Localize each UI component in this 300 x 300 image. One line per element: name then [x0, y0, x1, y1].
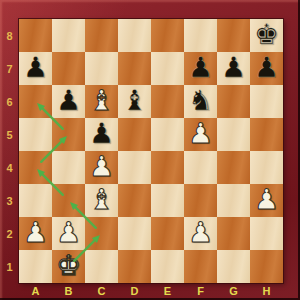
chess-board[interactable]: ♚♟♟♟♟♟♝♝♞♟♟♟♝♟♟♟♟♚ — [19, 19, 283, 283]
square-d4[interactable] — [118, 151, 151, 184]
square-h4[interactable] — [250, 151, 283, 184]
square-d3[interactable] — [118, 184, 151, 217]
square-e3[interactable] — [151, 184, 184, 217]
square-d1[interactable] — [118, 250, 151, 283]
rank-label-8: 8 — [0, 19, 19, 52]
white-pawn-f5[interactable]: ♟ — [184, 118, 217, 151]
square-a4[interactable] — [19, 151, 52, 184]
black-pawn-b6[interactable]: ♟ — [52, 85, 85, 118]
square-c7[interactable] — [85, 52, 118, 85]
square-c8[interactable] — [85, 19, 118, 52]
square-b6[interactable]: ♟ — [52, 85, 85, 118]
square-f4[interactable] — [184, 151, 217, 184]
square-a2[interactable]: ♟ — [19, 217, 52, 250]
square-g7[interactable]: ♟ — [217, 52, 250, 85]
board-frame: 87654321 ♚♟♟♟♟♟♝♝♞♟♟♟♝♟♟♟♟♚ ABCDEFGH — [0, 0, 300, 300]
file-labels: ABCDEFGH — [19, 283, 283, 298]
black-pawn-h7[interactable]: ♟ — [250, 52, 283, 85]
square-c2[interactable] — [85, 217, 118, 250]
square-a8[interactable] — [19, 19, 52, 52]
square-f2[interactable]: ♟ — [184, 217, 217, 250]
square-d5[interactable] — [118, 118, 151, 151]
square-g8[interactable] — [217, 19, 250, 52]
square-h7[interactable]: ♟ — [250, 52, 283, 85]
square-f5[interactable]: ♟ — [184, 118, 217, 151]
rank-label-4: 4 — [0, 151, 19, 184]
square-g2[interactable] — [217, 217, 250, 250]
square-e8[interactable] — [151, 19, 184, 52]
square-b5[interactable] — [52, 118, 85, 151]
square-h1[interactable] — [250, 250, 283, 283]
white-pawn-c4[interactable]: ♟ — [85, 151, 118, 184]
black-pawn-g7[interactable]: ♟ — [217, 52, 250, 85]
rank-label-3: 3 — [0, 184, 19, 217]
square-e6[interactable] — [151, 85, 184, 118]
white-pawn-f2[interactable]: ♟ — [184, 217, 217, 250]
rank-label-7: 7 — [0, 52, 19, 85]
square-f3[interactable] — [184, 184, 217, 217]
white-bishop-c3[interactable]: ♝ — [85, 184, 118, 217]
square-c5[interactable]: ♟ — [85, 118, 118, 151]
black-pawn-f7[interactable]: ♟ — [184, 52, 217, 85]
file-label-h: H — [250, 283, 283, 298]
black-pawn-c5[interactable]: ♟ — [85, 118, 118, 151]
black-knight-f6[interactable]: ♞ — [184, 85, 217, 118]
square-a6[interactable] — [19, 85, 52, 118]
square-h2[interactable] — [250, 217, 283, 250]
square-b8[interactable] — [52, 19, 85, 52]
square-e2[interactable] — [151, 217, 184, 250]
square-f8[interactable] — [184, 19, 217, 52]
square-c4[interactable]: ♟ — [85, 151, 118, 184]
square-b7[interactable] — [52, 52, 85, 85]
square-d7[interactable] — [118, 52, 151, 85]
square-a7[interactable]: ♟ — [19, 52, 52, 85]
square-f1[interactable] — [184, 250, 217, 283]
square-d6[interactable]: ♝ — [118, 85, 151, 118]
white-pawn-a2[interactable]: ♟ — [19, 217, 52, 250]
file-label-a: A — [19, 283, 52, 298]
square-e1[interactable] — [151, 250, 184, 283]
file-label-c: C — [85, 283, 118, 298]
square-b4[interactable] — [52, 151, 85, 184]
rank-label-1: 1 — [0, 250, 19, 283]
file-label-f: F — [184, 283, 217, 298]
rank-labels: 87654321 — [0, 19, 19, 283]
square-a1[interactable] — [19, 250, 52, 283]
rank-label-2: 2 — [0, 217, 19, 250]
square-d8[interactable] — [118, 19, 151, 52]
square-f6[interactable]: ♞ — [184, 85, 217, 118]
square-h8[interactable]: ♚ — [250, 19, 283, 52]
square-g5[interactable] — [217, 118, 250, 151]
square-b1[interactable]: ♚ — [52, 250, 85, 283]
square-e5[interactable] — [151, 118, 184, 151]
file-label-d: D — [118, 283, 151, 298]
black-pawn-a7[interactable]: ♟ — [19, 52, 52, 85]
file-label-g: G — [217, 283, 250, 298]
square-h6[interactable] — [250, 85, 283, 118]
square-g6[interactable] — [217, 85, 250, 118]
square-b2[interactable]: ♟ — [52, 217, 85, 250]
square-f7[interactable]: ♟ — [184, 52, 217, 85]
white-king-b1[interactable]: ♚ — [52, 250, 85, 283]
square-h3[interactable]: ♟ — [250, 184, 283, 217]
square-g1[interactable] — [217, 250, 250, 283]
white-pawn-b2[interactable]: ♟ — [52, 217, 85, 250]
square-e4[interactable] — [151, 151, 184, 184]
square-a5[interactable] — [19, 118, 52, 151]
square-c6[interactable]: ♝ — [85, 85, 118, 118]
square-a3[interactable] — [19, 184, 52, 217]
rank-label-5: 5 — [0, 118, 19, 151]
square-c3[interactable]: ♝ — [85, 184, 118, 217]
square-h5[interactable] — [250, 118, 283, 151]
black-king-h8[interactable]: ♚ — [250, 19, 283, 52]
square-g3[interactable] — [217, 184, 250, 217]
square-g4[interactable] — [217, 151, 250, 184]
rank-label-6: 6 — [0, 85, 19, 118]
square-b3[interactable] — [52, 184, 85, 217]
white-pawn-h3[interactable]: ♟ — [250, 184, 283, 217]
square-d2[interactable] — [118, 217, 151, 250]
file-label-b: B — [52, 283, 85, 298]
square-e7[interactable] — [151, 52, 184, 85]
white-bishop-c6[interactable]: ♝ — [85, 85, 118, 118]
square-c1[interactable] — [85, 250, 118, 283]
file-label-e: E — [151, 283, 184, 298]
black-bishop-d6[interactable]: ♝ — [118, 85, 151, 118]
